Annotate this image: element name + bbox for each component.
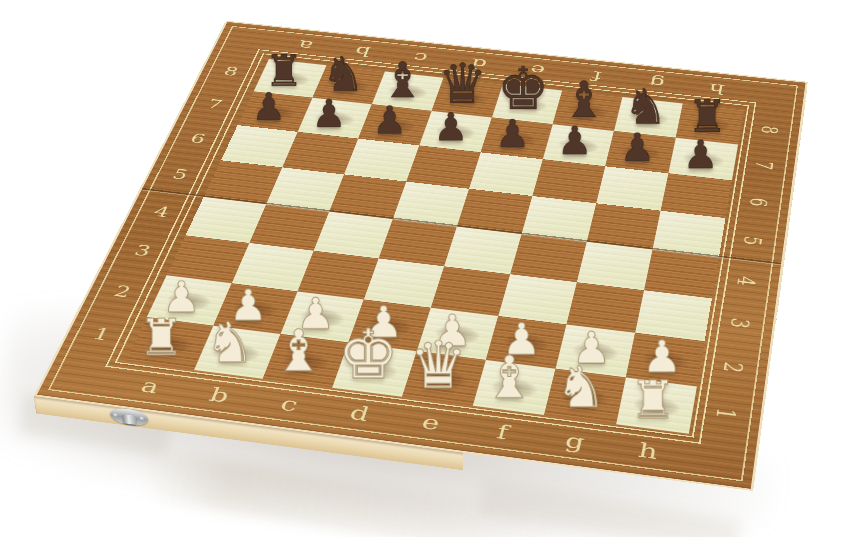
white-queen-e1[interactable]: ♛ — [402, 333, 474, 398]
square-h7[interactable]: ♟ — [668, 138, 738, 181]
black-pawn-a7[interactable]: ♟ — [238, 88, 300, 126]
black-pawn-f7[interactable]: ♟ — [543, 121, 606, 160]
white-knight-g1[interactable]: ♞ — [545, 359, 618, 416]
clasp-screw — [544, 470, 549, 475]
clasp-screw — [113, 413, 118, 418]
square-h6[interactable] — [661, 173, 732, 218]
white-rook-a1[interactable]: ♜ — [126, 312, 197, 362]
metal-clasp-right[interactable] — [540, 464, 581, 485]
square-f1[interactable]: ♝ — [473, 360, 556, 415]
rank-label-6-right: 6 — [723, 181, 793, 224]
white-knight-b1[interactable]: ♞ — [194, 315, 265, 371]
chess-board: abcdefgh abcdefgh 87654321 87654321 ♜♞♝♛… — [34, 21, 808, 491]
black-pawn-e7[interactable]: ♟ — [481, 114, 544, 153]
black-pawn-d7[interactable]: ♟ — [419, 108, 482, 147]
white-bishop-f1[interactable]: ♝ — [473, 349, 545, 408]
rank-label-2-right: 2 — [694, 342, 771, 394]
clasp-knob — [553, 471, 567, 482]
square-f4[interactable] — [510, 234, 587, 282]
black-queen-d8[interactable]: ♛ — [432, 56, 493, 111]
white-king-d1[interactable]: ♚ — [332, 321, 404, 389]
white-rook-h1[interactable]: ♜ — [617, 373, 690, 425]
rank-label-3-right: 3 — [701, 299, 776, 348]
clasp-knob — [122, 414, 136, 425]
product-photo-scene: abcdefgh abcdefgh 87654321 87654321 ♜♞♝♛… — [0, 0, 850, 537]
square-e6[interactable] — [469, 152, 543, 196]
black-pawn-c7[interactable]: ♟ — [358, 101, 420, 140]
black-king-e8[interactable]: ♚ — [492, 60, 554, 119]
rank-label-1-right: 1 — [686, 387, 765, 441]
square-g7[interactable]: ♟ — [605, 131, 675, 173]
rank-label-3-left: 3 — [102, 227, 183, 274]
rank-label-4-right: 4 — [709, 258, 783, 305]
square-g1[interactable]: ♞ — [544, 369, 626, 425]
black-pawn-h7[interactable]: ♟ — [669, 135, 733, 174]
squares-grid: ♜♞♝♛♚♝♞♜♟♟♟♟♟♟♟♟♟♟♟♟♟♟♟♟♜♞♝♚♛♝♞♜ — [126, 59, 744, 434]
white-bishop-c1[interactable]: ♝ — [263, 322, 334, 380]
square-f6[interactable] — [532, 159, 605, 203]
rank-label-7-right: 7 — [729, 145, 798, 186]
black-pawn-b7[interactable]: ♟ — [298, 94, 360, 132]
black-pawn-g7[interactable]: ♟ — [606, 128, 669, 167]
square-c6[interactable] — [344, 139, 419, 182]
square-h1[interactable]: ♜ — [616, 377, 697, 433]
square-h4[interactable] — [644, 250, 719, 299]
rank-label-8-right: 8 — [735, 110, 802, 150]
clasp-screw — [572, 474, 577, 479]
clasp-screw — [140, 416, 145, 421]
square-a6[interactable] — [221, 125, 298, 167]
square-f7[interactable]: ♟ — [543, 124, 614, 166]
square-e7[interactable]: ♟ — [481, 118, 553, 160]
